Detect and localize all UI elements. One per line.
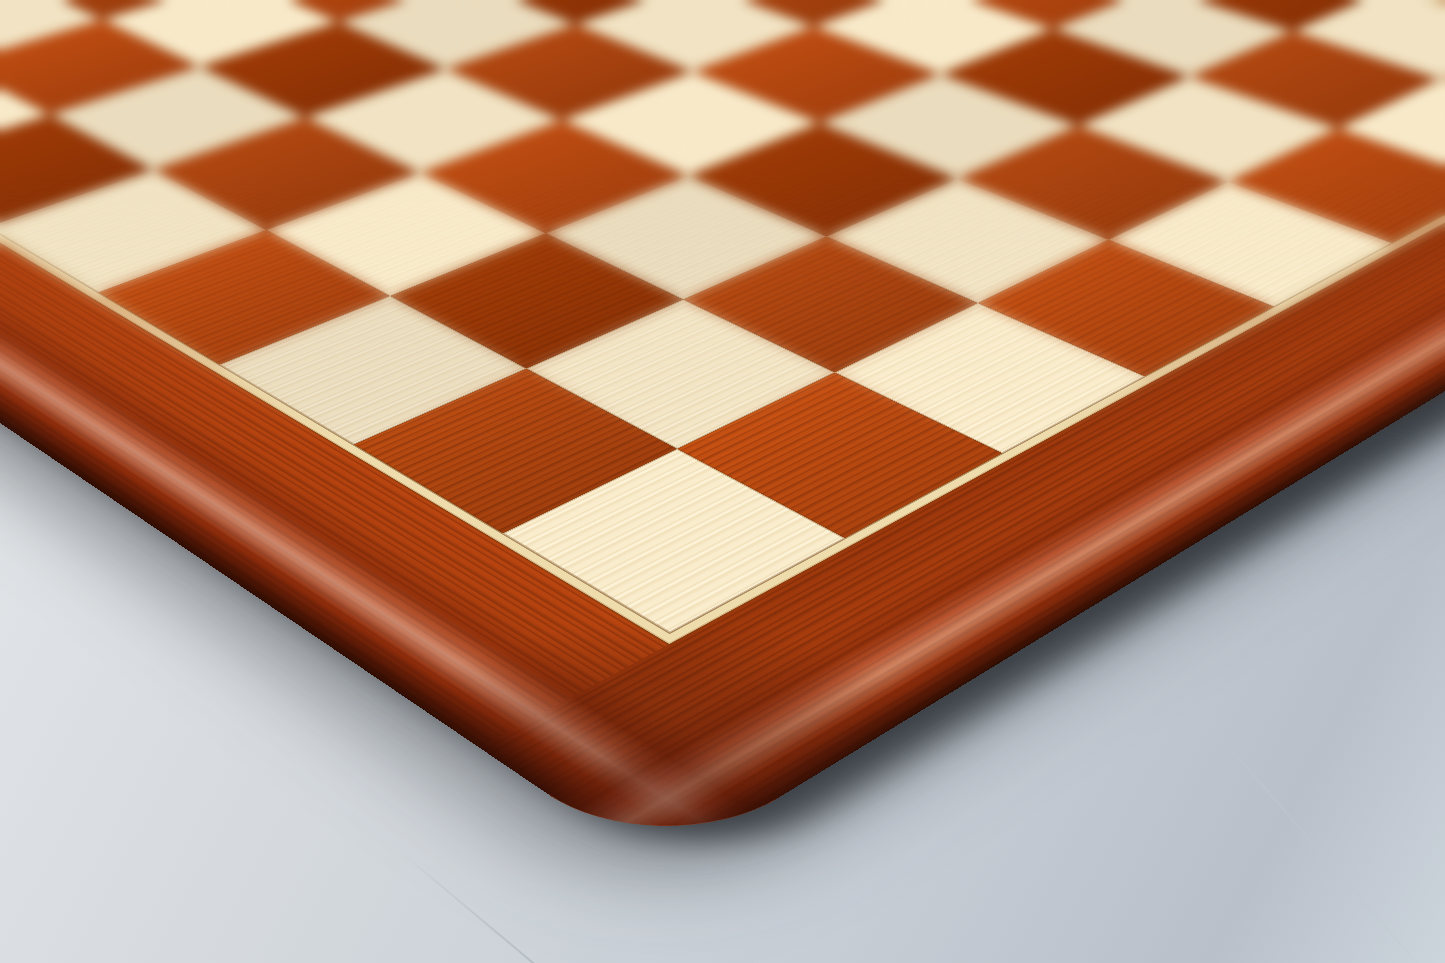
photo-scene [0, 0, 1445, 963]
